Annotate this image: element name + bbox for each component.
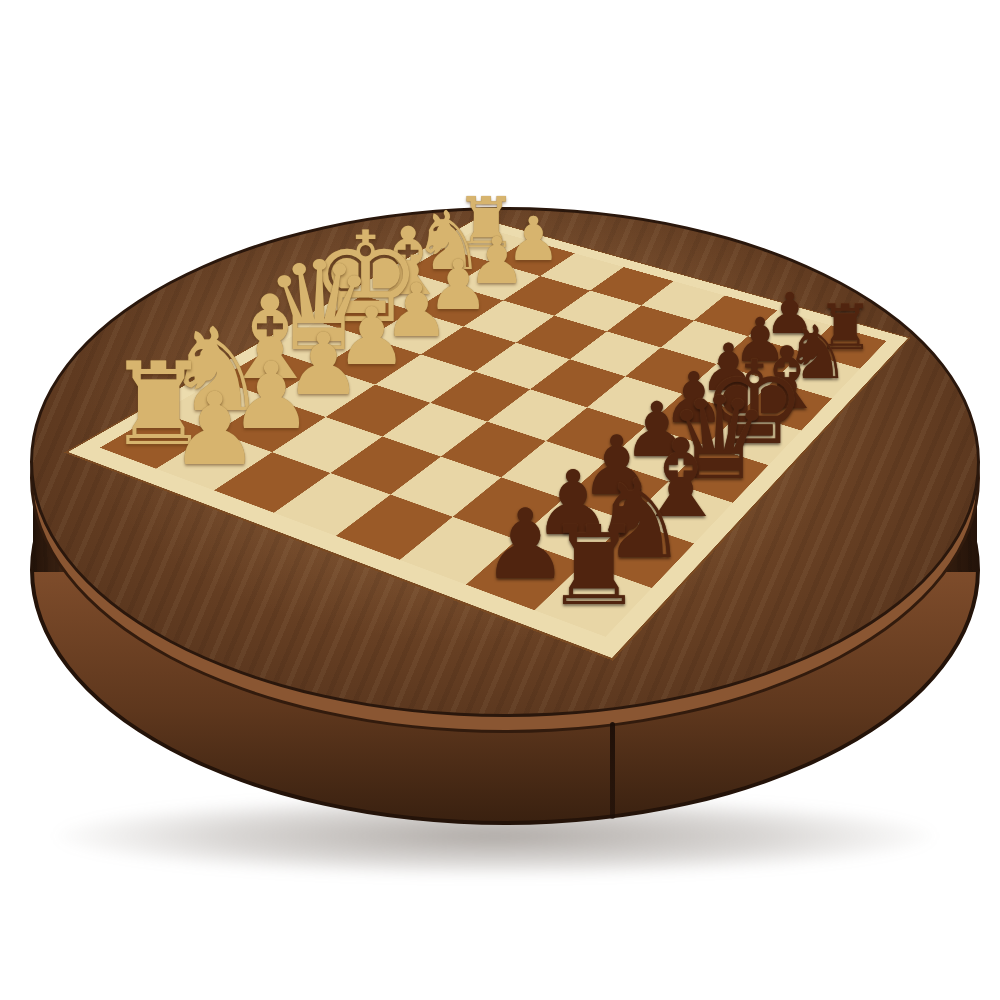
product-photo-round-chess-set: ♜♞♝♛♚♝♞♜♟♟♟♟♟♟♟♟♟♟♟♟♟♟♟♟♜♞♝♛♚♝♞♜: [0, 0, 1000, 1000]
drawer-seam: [610, 722, 615, 819]
